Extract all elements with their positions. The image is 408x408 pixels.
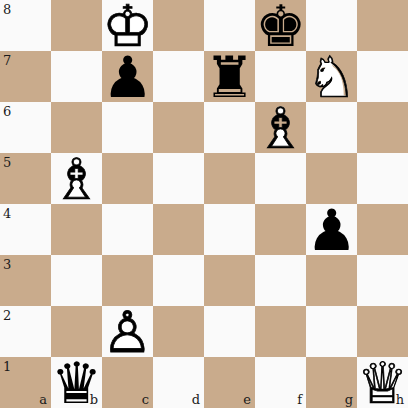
square-e8[interactable]	[204, 0, 255, 51]
square-c4[interactable]	[102, 204, 153, 255]
white-bishop-icon: ♗	[255, 103, 306, 154]
square-e5[interactable]	[204, 153, 255, 204]
square-d2[interactable]	[153, 306, 204, 357]
black-rook-icon: ♜	[204, 52, 255, 103]
square-f4[interactable]	[255, 204, 306, 255]
square-h7[interactable]	[357, 51, 408, 102]
square-b5[interactable]: ♝♗	[51, 153, 102, 204]
rank-label-8: 8	[3, 3, 11, 16]
square-a2[interactable]: 2	[0, 306, 51, 357]
rank-label-2: 2	[3, 309, 11, 322]
square-h2[interactable]	[357, 306, 408, 357]
square-b3[interactable]	[51, 255, 102, 306]
square-d7[interactable]	[153, 51, 204, 102]
square-b6[interactable]	[51, 102, 102, 153]
square-b1[interactable]: b♛	[51, 357, 102, 408]
square-h4[interactable]	[357, 204, 408, 255]
square-g7[interactable]: ♞♘	[306, 51, 357, 102]
piece-white-bishop-b5[interactable]: ♝♗	[51, 153, 102, 204]
square-c1[interactable]: c	[102, 357, 153, 408]
square-a7[interactable]: 7	[0, 51, 51, 102]
square-f3[interactable]	[255, 255, 306, 306]
rank-label-3: 3	[3, 258, 11, 271]
square-f5[interactable]	[255, 153, 306, 204]
chessboard: 8♚♔♚7♟♜♞♘6♝♗5♝♗4♟32♟♙1ab♛cdefgh♛♕	[0, 0, 408, 408]
square-h5[interactable]	[357, 153, 408, 204]
square-g8[interactable]	[306, 0, 357, 51]
square-a1[interactable]: 1a	[0, 357, 51, 408]
square-b8[interactable]	[51, 0, 102, 51]
piece-white-pawn-c2[interactable]: ♟♙	[102, 306, 153, 357]
file-label-a: a	[39, 393, 47, 406]
square-b2[interactable]	[51, 306, 102, 357]
file-label-c: c	[142, 393, 149, 406]
square-a6[interactable]: 6	[0, 102, 51, 153]
black-king-icon: ♚	[255, 1, 306, 52]
piece-black-king-f8[interactable]: ♚	[255, 0, 306, 51]
square-g4[interactable]: ♟	[306, 204, 357, 255]
file-label-g: g	[345, 393, 353, 406]
square-c6[interactable]	[102, 102, 153, 153]
white-king-body: ♚	[102, 1, 153, 52]
white-bishop-icon: ♗	[51, 154, 102, 205]
square-e2[interactable]	[204, 306, 255, 357]
white-pawn-icon: ♙	[102, 307, 153, 358]
square-d3[interactable]	[153, 255, 204, 306]
square-f2[interactable]	[255, 306, 306, 357]
square-a5[interactable]: 5	[0, 153, 51, 204]
square-b7[interactable]	[51, 51, 102, 102]
rank-label-1: 1	[3, 360, 11, 373]
rank-label-4: 4	[3, 207, 11, 220]
rank-label-6: 6	[3, 105, 11, 118]
square-f1[interactable]: f	[255, 357, 306, 408]
square-d1[interactable]: d	[153, 357, 204, 408]
square-c3[interactable]	[102, 255, 153, 306]
file-label-b: b	[90, 393, 98, 406]
square-c5[interactable]	[102, 153, 153, 204]
square-e7[interactable]: ♜	[204, 51, 255, 102]
square-h6[interactable]	[357, 102, 408, 153]
piece-white-king-c8[interactable]: ♚♔	[102, 0, 153, 51]
square-f6[interactable]: ♝♗	[255, 102, 306, 153]
square-e6[interactable]	[204, 102, 255, 153]
white-knight-body: ♞	[306, 52, 357, 103]
square-d6[interactable]	[153, 102, 204, 153]
white-king-icon: ♔	[102, 1, 153, 52]
white-bishop-body: ♝	[255, 103, 306, 154]
piece-white-knight-g7[interactable]: ♞♘	[306, 51, 357, 102]
square-e3[interactable]	[204, 255, 255, 306]
square-c7[interactable]: ♟	[102, 51, 153, 102]
file-label-d: d	[192, 393, 200, 406]
square-g3[interactable]	[306, 255, 357, 306]
file-label-e: e	[243, 393, 251, 406]
square-h8[interactable]	[357, 0, 408, 51]
rank-label-5: 5	[3, 156, 11, 169]
white-pawn-body: ♟	[102, 307, 153, 358]
file-label-f: f	[297, 393, 302, 406]
square-h1[interactable]: h♛♕	[357, 357, 408, 408]
square-g5[interactable]	[306, 153, 357, 204]
piece-white-bishop-f6[interactable]: ♝♗	[255, 102, 306, 153]
square-d5[interactable]	[153, 153, 204, 204]
square-d4[interactable]	[153, 204, 204, 255]
square-f8[interactable]: ♚	[255, 0, 306, 51]
white-knight-icon: ♘	[306, 52, 357, 103]
square-d8[interactable]	[153, 0, 204, 51]
white-bishop-body: ♝	[51, 154, 102, 205]
piece-black-pawn-c7[interactable]: ♟	[102, 51, 153, 102]
square-g1[interactable]: g	[306, 357, 357, 408]
black-pawn-icon: ♟	[102, 52, 153, 103]
square-e1[interactable]: e	[204, 357, 255, 408]
square-h3[interactable]	[357, 255, 408, 306]
square-b4[interactable]	[51, 204, 102, 255]
black-pawn-icon: ♟	[306, 205, 357, 256]
rank-label-7: 7	[3, 54, 11, 67]
square-a4[interactable]: 4	[0, 204, 51, 255]
piece-black-rook-e7[interactable]: ♜	[204, 51, 255, 102]
piece-black-pawn-g4[interactable]: ♟	[306, 204, 357, 255]
square-g2[interactable]	[306, 306, 357, 357]
square-c2[interactable]: ♟♙	[102, 306, 153, 357]
square-f7[interactable]	[255, 51, 306, 102]
chessboard-container: 8♚♔♚7♟♜♞♘6♝♗5♝♗4♟32♟♙1ab♛cdefgh♛♕	[0, 0, 408, 408]
square-a8[interactable]: 8	[0, 0, 51, 51]
file-label-h: h	[396, 393, 404, 406]
square-e4[interactable]	[204, 204, 255, 255]
square-a3[interactable]: 3	[0, 255, 51, 306]
square-c8[interactable]: ♚♔	[102, 0, 153, 51]
square-g6[interactable]	[306, 102, 357, 153]
